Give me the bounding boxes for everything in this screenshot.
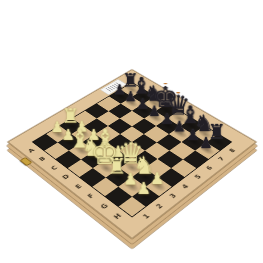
perspective-stage: ABCDEFGH12345678♜♝♞♚♛♝♞♜♟♟♟♟♟♟♟♟♜♟♟♝♟♛♞♟…: [0, 0, 263, 263]
white-pawn-glyph: ♟: [122, 181, 166, 197]
orange-finial: [163, 80, 167, 84]
black-pawn-glyph: ♟: [185, 136, 226, 151]
board-3d: ABCDEFGH12345678♜♝♞♚♛♝♞♜♟♟♟♟♟♟♟♟♜♟♟♝♟♛♞♟…: [7, 69, 256, 238]
product-photo-scene: ABCDEFGH12345678♜♝♞♚♛♝♞♜♟♟♟♟♟♟♟♟♜♟♟♝♟♛♞♟…: [0, 0, 263, 263]
orange-finial: [176, 89, 180, 93]
